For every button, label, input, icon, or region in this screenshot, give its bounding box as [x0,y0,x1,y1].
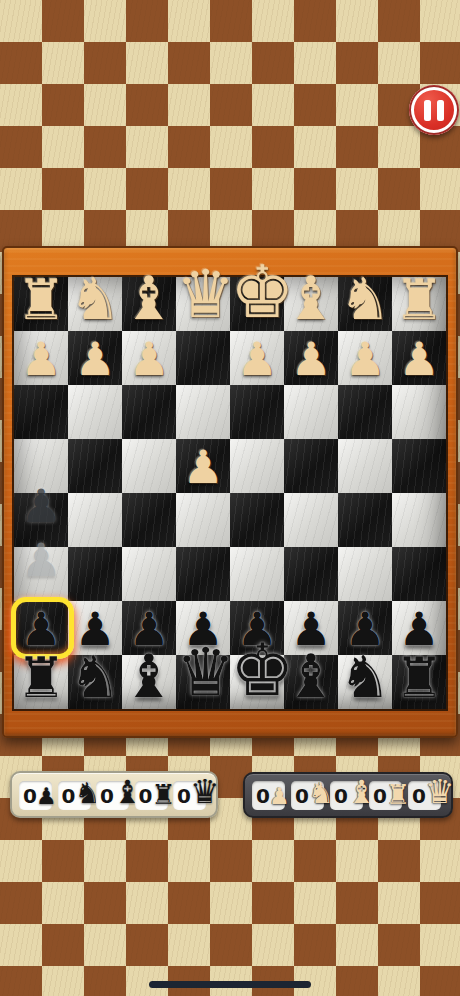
captured-black-pieces-tray: 0♟0♞0♝0♜0♛ [10,771,218,818]
ghost-pawn-a5: ♟ [14,483,68,529]
captured-white-bishop: 0♝ [330,776,368,810]
square-d5[interactable] [176,493,230,547]
captured-white-pieces-tray: 0♟0♞0♝0♜0♛ [243,772,453,818]
square-g5[interactable] [338,493,392,547]
black-rook-a8[interactable]: ♜ [14,650,68,706]
pause-icon [424,100,431,121]
captured-count: 0 [256,786,270,806]
square-b4[interactable] [68,439,122,493]
square-b3[interactable] [68,385,122,439]
square-e4[interactable] [230,439,284,493]
rook-icon: ♜ [386,781,410,808]
square-h5[interactable] [392,493,446,547]
square-g3[interactable] [338,385,392,439]
captured-count: 0 [23,786,37,806]
square-e6[interactable] [230,547,284,601]
black-bishop-c8[interactable]: ♝ [122,646,176,706]
white-bishop-c1[interactable]: ♝ [122,268,176,328]
square-c5[interactable] [122,493,176,547]
pawn-icon: ♟ [36,785,57,808]
captured-black-rook: 0♜ [135,776,173,810]
white-king-e1[interactable]: ♚ [230,256,284,328]
captured-count: 0 [177,786,191,806]
pause-icon [437,100,444,121]
black-bishop-f8[interactable]: ♝ [284,646,338,706]
white-pawn-d4[interactable]: ♟ [176,444,230,490]
white-rook-a1[interactable]: ♜ [14,272,68,328]
queen-icon: ♛ [190,775,220,808]
square-h4[interactable] [392,439,446,493]
black-knight-g8[interactable]: ♞ [338,648,392,706]
white-queen-d1[interactable]: ♛ [176,262,230,328]
captured-white-knight: 0♞ [291,776,329,810]
black-rook-h8[interactable]: ♜ [392,650,446,706]
white-knight-b1[interactable]: ♞ [68,270,122,328]
white-pawn-b2[interactable]: ♟ [68,336,122,382]
square-g6[interactable] [338,547,392,601]
square-h3[interactable] [392,385,446,439]
square-d3[interactable] [176,385,230,439]
white-knight-g1[interactable]: ♞ [338,270,392,328]
white-pawn-c2[interactable]: ♟ [122,336,176,382]
chess-app-screen: ♜♞♝♛♚♝♞♜♟♟♟♟♟♟♟♟♟♟♟♟♟♟♟♟♜♞♝♛♚♝♞♜♟♟ 0♟0♞0… [0,0,460,996]
white-pawn-a2[interactable]: ♟ [14,336,68,382]
captured-count: 0 [62,786,76,806]
captured-black-knight: 0♞ [58,776,96,810]
captured-white-rook: 0♜ [369,776,407,810]
square-d6[interactable] [176,547,230,601]
white-pawn-f2[interactable]: ♟ [284,336,338,382]
white-pawn-g2[interactable]: ♟ [338,336,392,382]
square-f3[interactable] [284,385,338,439]
pause-button[interactable] [409,85,459,135]
square-g4[interactable] [338,439,392,493]
square-d2[interactable] [176,331,230,385]
captured-count: 0 [139,786,153,806]
black-queen-d8[interactable]: ♛ [176,640,230,706]
captured-white-pawn: 0♟ [252,776,290,810]
captured-count: 0 [412,786,426,806]
ghost-pawn-a6: ♟ [14,537,68,583]
square-e5[interactable] [230,493,284,547]
pawn-icon: ♟ [269,785,290,808]
captured-count: 0 [100,786,114,806]
captured-count: 0 [295,786,309,806]
captured-black-queen: 0♛ [173,776,211,810]
square-b5[interactable] [68,493,122,547]
square-c4[interactable] [122,439,176,493]
captured-count: 0 [334,786,348,806]
square-e3[interactable] [230,385,284,439]
black-knight-b8[interactable]: ♞ [68,648,122,706]
captured-black-bishop: 0♝ [96,776,134,810]
queen-icon: ♛ [425,775,455,808]
square-f6[interactable] [284,547,338,601]
captured-count: 0 [373,786,387,806]
square-f4[interactable] [284,439,338,493]
square-h6[interactable] [392,547,446,601]
square-c6[interactable] [122,547,176,601]
square-b6[interactable] [68,547,122,601]
square-a3[interactable] [14,385,68,439]
square-f5[interactable] [284,493,338,547]
white-bishop-f1[interactable]: ♝ [284,268,338,328]
black-king-e8[interactable]: ♚ [230,634,284,706]
home-indicator[interactable] [149,981,311,988]
square-c3[interactable] [122,385,176,439]
white-pawn-h2[interactable]: ♟ [392,336,446,382]
captured-black-pawn: 0♟ [19,776,57,810]
white-rook-h1[interactable]: ♜ [392,272,446,328]
white-pawn-e2[interactable]: ♟ [230,336,284,382]
captured-white-queen: 0♛ [408,776,446,810]
